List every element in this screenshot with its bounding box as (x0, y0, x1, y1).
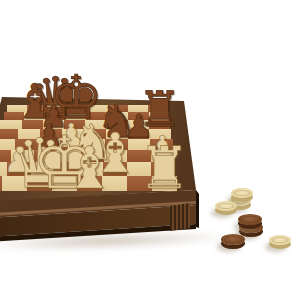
square-h4 (150, 139, 173, 150)
square-d6 (64, 120, 85, 129)
square-f5 (106, 129, 128, 139)
square-c2 (31, 162, 55, 176)
square-a3 (0, 150, 11, 163)
square-b2 (7, 162, 31, 176)
board-rank-1 (0, 176, 177, 191)
square-a8 (7, 105, 27, 112)
square-d8 (67, 105, 87, 112)
square-d4 (60, 139, 83, 150)
square-a5 (0, 129, 18, 139)
square-c1 (27, 176, 52, 191)
square-f6 (107, 120, 128, 129)
square-c4 (38, 139, 61, 150)
square-g2 (127, 162, 151, 176)
square-e7 (86, 112, 107, 120)
square-c7 (45, 112, 66, 120)
square-h2 (151, 162, 175, 176)
square-c6 (43, 120, 64, 129)
checker-dark-6 (221, 234, 245, 245)
product-photo-scene: ♝♛♚♜♟♞♟♟♟♞♟♟♟♝♛♚♝♜ (0, 0, 300, 300)
checker-light-2 (231, 188, 253, 198)
board-rank-5 (0, 129, 171, 139)
square-a2 (0, 162, 7, 176)
square-c8 (47, 105, 67, 112)
square-g7 (128, 112, 149, 120)
square-b8 (27, 105, 47, 112)
square-a6 (0, 120, 21, 129)
square-g8 (128, 105, 148, 112)
square-d5 (62, 129, 84, 139)
board-rank-8 (7, 105, 169, 112)
square-d7 (66, 112, 87, 120)
square-a4 (0, 139, 15, 150)
square-e5 (84, 129, 106, 139)
square-b5 (18, 129, 40, 139)
square-g6 (128, 120, 149, 129)
board-rank-6 (0, 120, 170, 129)
square-g5 (128, 129, 150, 139)
square-f7 (107, 112, 128, 120)
square-b4 (15, 139, 38, 150)
square-f3 (104, 150, 127, 163)
square-e3 (81, 150, 104, 163)
square-b3 (11, 150, 34, 163)
square-g4 (128, 139, 151, 150)
board-rank-3 (0, 150, 174, 163)
square-c3 (34, 150, 57, 163)
square-e1 (77, 176, 102, 191)
square-b6 (22, 120, 43, 129)
square-f8 (108, 105, 128, 112)
square-f1 (102, 176, 127, 191)
board-rank-7 (4, 112, 170, 120)
square-d3 (58, 150, 81, 163)
square-d2 (55, 162, 79, 176)
square-f4 (105, 139, 128, 150)
square-g1 (127, 176, 152, 191)
square-d1 (52, 176, 77, 191)
square-h6 (149, 120, 170, 129)
square-h3 (151, 150, 174, 163)
checker-light-3 (215, 201, 237, 211)
square-h7 (149, 112, 170, 120)
square-e2 (79, 162, 103, 176)
checker-light-7 (269, 235, 291, 245)
square-h1 (152, 176, 177, 191)
square-f2 (103, 162, 127, 176)
square-c5 (40, 129, 62, 139)
square-b1 (2, 176, 27, 191)
square-h8 (148, 105, 168, 112)
square-a7 (4, 112, 25, 120)
square-e4 (83, 139, 106, 150)
square-g3 (127, 150, 150, 163)
board-rank-4 (0, 139, 173, 150)
square-h5 (149, 129, 171, 139)
square-b7 (24, 112, 45, 120)
board-rank-2 (0, 162, 175, 176)
checker-dark-5 (238, 214, 262, 225)
square-e8 (87, 105, 107, 112)
square-e6 (85, 120, 106, 129)
